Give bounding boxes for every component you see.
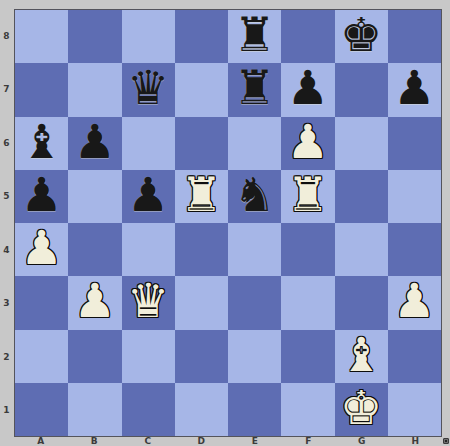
black-king[interactable]: ♚ bbox=[340, 11, 382, 58]
black-rook[interactable]: ♜ bbox=[234, 11, 276, 58]
square-h4[interactable] bbox=[388, 223, 441, 276]
white-rook[interactable]: ♜ bbox=[287, 171, 329, 218]
square-b1[interactable] bbox=[68, 383, 121, 436]
square-e3[interactable] bbox=[228, 276, 281, 329]
rank-label-6: 6 bbox=[0, 138, 13, 148]
square-g2[interactable]: ♝ bbox=[335, 330, 388, 383]
square-c6[interactable] bbox=[122, 117, 175, 170]
square-h7[interactable]: ♟ bbox=[388, 63, 441, 116]
square-f7[interactable]: ♟ bbox=[281, 63, 334, 116]
black-pawn[interactable]: ♟ bbox=[21, 171, 63, 218]
white-rook[interactable]: ♜ bbox=[180, 171, 222, 218]
square-g3[interactable] bbox=[335, 276, 388, 329]
square-a1[interactable] bbox=[15, 383, 68, 436]
black-pawn[interactable]: ♟ bbox=[393, 64, 435, 111]
square-a2[interactable] bbox=[15, 330, 68, 383]
black-pawn[interactable]: ♟ bbox=[74, 118, 116, 165]
square-b7[interactable] bbox=[68, 63, 121, 116]
square-c5[interactable]: ♟ bbox=[122, 170, 175, 223]
black-bishop[interactable]: ♝ bbox=[21, 118, 63, 165]
square-b4[interactable] bbox=[68, 223, 121, 276]
square-c3[interactable]: ♛ bbox=[122, 276, 175, 329]
square-e7[interactable]: ♜ bbox=[228, 63, 281, 116]
rank-label-1: 1 bbox=[0, 405, 13, 415]
rank-label-4: 4 bbox=[0, 245, 13, 255]
white-pawn[interactable]: ♟ bbox=[393, 277, 435, 324]
square-g7[interactable] bbox=[335, 63, 388, 116]
square-c4[interactable] bbox=[122, 223, 175, 276]
square-a4[interactable]: ♟ bbox=[15, 223, 68, 276]
square-d5[interactable]: ♜ bbox=[175, 170, 228, 223]
square-d4[interactable] bbox=[175, 223, 228, 276]
square-b3[interactable]: ♟ bbox=[68, 276, 121, 329]
square-b2[interactable] bbox=[68, 330, 121, 383]
square-g5[interactable] bbox=[335, 170, 388, 223]
square-g8[interactable]: ♚ bbox=[335, 10, 388, 63]
square-c8[interactable] bbox=[122, 10, 175, 63]
square-f4[interactable] bbox=[281, 223, 334, 276]
white-pawn[interactable]: ♟ bbox=[21, 224, 63, 271]
square-a5[interactable]: ♟ bbox=[15, 170, 68, 223]
black-pawn[interactable]: ♟ bbox=[127, 171, 169, 218]
file-label-b: B bbox=[67, 437, 121, 446]
square-f8[interactable] bbox=[281, 10, 334, 63]
square-c7[interactable]: ♛ bbox=[122, 63, 175, 116]
square-a8[interactable] bbox=[15, 10, 68, 63]
white-bishop[interactable]: ♝ bbox=[340, 331, 382, 378]
square-f6[interactable]: ♟ bbox=[281, 117, 334, 170]
board-resize-handle-icon[interactable] bbox=[443, 438, 449, 444]
square-h8[interactable] bbox=[388, 10, 441, 63]
file-label-f: F bbox=[281, 437, 335, 446]
square-f5[interactable]: ♜ bbox=[281, 170, 334, 223]
rank-label-5: 5 bbox=[0, 191, 13, 201]
file-label-g: G bbox=[335, 437, 389, 446]
square-g1[interactable]: ♚ bbox=[335, 383, 388, 436]
square-h2[interactable] bbox=[388, 330, 441, 383]
square-e8[interactable]: ♜ bbox=[228, 10, 281, 63]
rank-label-8: 8 bbox=[0, 31, 13, 41]
square-d7[interactable] bbox=[175, 63, 228, 116]
rank-label-7: 7 bbox=[0, 84, 13, 94]
file-label-c: C bbox=[121, 437, 175, 446]
square-b5[interactable] bbox=[68, 170, 121, 223]
square-f2[interactable] bbox=[281, 330, 334, 383]
square-e4[interactable] bbox=[228, 223, 281, 276]
black-knight[interactable]: ♞ bbox=[234, 171, 276, 218]
rank-label-2: 2 bbox=[0, 352, 13, 362]
square-f3[interactable] bbox=[281, 276, 334, 329]
black-pawn[interactable]: ♟ bbox=[287, 64, 329, 111]
white-queen[interactable]: ♛ bbox=[127, 277, 169, 324]
square-e6[interactable] bbox=[228, 117, 281, 170]
white-pawn[interactable]: ♟ bbox=[74, 277, 116, 324]
file-label-e: E bbox=[228, 437, 282, 446]
rank-label-3: 3 bbox=[0, 298, 13, 308]
square-d1[interactable] bbox=[175, 383, 228, 436]
square-f1[interactable] bbox=[281, 383, 334, 436]
square-d3[interactable] bbox=[175, 276, 228, 329]
square-g6[interactable] bbox=[335, 117, 388, 170]
square-c1[interactable] bbox=[122, 383, 175, 436]
file-label-h: H bbox=[388, 437, 442, 446]
square-b8[interactable] bbox=[68, 10, 121, 63]
square-a7[interactable] bbox=[15, 63, 68, 116]
square-e5[interactable]: ♞ bbox=[228, 170, 281, 223]
square-a3[interactable] bbox=[15, 276, 68, 329]
square-h3[interactable]: ♟ bbox=[388, 276, 441, 329]
square-d6[interactable] bbox=[175, 117, 228, 170]
square-d2[interactable] bbox=[175, 330, 228, 383]
chess-board: ♜♚♛♜♟♟♝♟♟♟♟♜♞♜♟♟♛♟♝♚ bbox=[14, 9, 442, 437]
white-king[interactable]: ♚ bbox=[340, 384, 382, 431]
square-b6[interactable]: ♟ bbox=[68, 117, 121, 170]
square-d8[interactable] bbox=[175, 10, 228, 63]
white-pawn[interactable]: ♟ bbox=[287, 118, 329, 165]
square-a6[interactable]: ♝ bbox=[15, 117, 68, 170]
square-h1[interactable] bbox=[388, 383, 441, 436]
black-queen[interactable]: ♛ bbox=[127, 64, 169, 111]
square-g4[interactable] bbox=[335, 223, 388, 276]
black-rook[interactable]: ♜ bbox=[234, 64, 276, 111]
square-c2[interactable] bbox=[122, 330, 175, 383]
square-h6[interactable] bbox=[388, 117, 441, 170]
square-e2[interactable] bbox=[228, 330, 281, 383]
file-label-a: A bbox=[14, 437, 68, 446]
square-h5[interactable] bbox=[388, 170, 441, 223]
file-label-d: D bbox=[174, 437, 228, 446]
square-e1[interactable] bbox=[228, 383, 281, 436]
board-frame: ♜♚♛♜♟♟♝♟♟♟♟♜♞♜♟♟♛♟♝♚ 87654321 ABCDEFGH bbox=[0, 0, 450, 446]
